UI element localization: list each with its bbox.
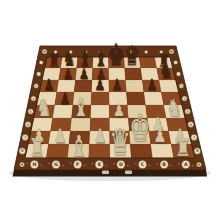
chess-set-photo: HGFEDCBA334455667788 ♜♞♝♝♚♛♜♟♟♟♞♟♟♟♟♟♞♝♟… xyxy=(0,0,220,220)
square-r8c7 xyxy=(151,144,174,158)
border-carving-dot xyxy=(134,162,136,164)
rank-disc-left-1 xyxy=(39,60,43,64)
square-r8c1 xyxy=(25,144,48,158)
square-r6c1 xyxy=(31,118,53,131)
border-carving-dot xyxy=(127,164,129,166)
square-r2c1 xyxy=(42,68,61,80)
top-border-disc xyxy=(54,50,57,53)
square-r1c3 xyxy=(77,57,93,68)
square-r4c1 xyxy=(37,92,57,105)
square-r5c6 xyxy=(127,105,147,118)
square-r5c5 xyxy=(109,105,128,118)
top-border-disc xyxy=(129,50,132,53)
corner-rosette-dot xyxy=(44,51,46,53)
border-carving-dot xyxy=(91,162,93,164)
square-r8c4 xyxy=(89,144,110,158)
top-border-disc xyxy=(69,50,72,53)
square-r3c6 xyxy=(126,80,144,92)
square-r6c7 xyxy=(147,118,168,131)
square-r3c7 xyxy=(142,80,161,92)
square-r1c4 xyxy=(93,57,109,68)
square-r4c7 xyxy=(144,92,164,105)
square-r7c6 xyxy=(129,131,150,144)
square-r2c4 xyxy=(92,68,109,80)
rank-label-left-3: 3 xyxy=(35,84,37,88)
square-r5c7 xyxy=(146,105,167,118)
top-border-disc xyxy=(114,50,117,53)
file-label-B: B xyxy=(162,162,166,167)
board-front-edge xyxy=(13,170,208,177)
square-r3c1 xyxy=(39,80,58,92)
square-r5c1 xyxy=(34,105,55,118)
border-carving-dot xyxy=(40,164,42,166)
file-label-C: C xyxy=(141,162,145,167)
chess-board: HGFEDCBA334455667788 xyxy=(0,0,220,220)
file-label-F: F xyxy=(76,162,79,167)
border-carving-dot xyxy=(70,162,72,164)
square-r5c3 xyxy=(72,105,91,118)
rank-label-left-5: 5 xyxy=(30,110,32,114)
corner-rosette-dot xyxy=(171,51,173,53)
top-border-disc xyxy=(99,50,102,53)
rank-label-right-4: 4 xyxy=(183,97,185,101)
square-r8c2 xyxy=(46,144,69,158)
square-r3c2 xyxy=(57,80,76,92)
square-r4c4 xyxy=(91,92,109,105)
square-r7c3 xyxy=(69,131,90,144)
square-r2c7 xyxy=(141,68,159,80)
rank-disc-right-2 xyxy=(176,72,181,77)
square-r7c5 xyxy=(110,131,131,144)
border-carving-dot xyxy=(105,164,107,166)
file-label-G: G xyxy=(54,162,58,167)
square-r8c3 xyxy=(68,144,90,158)
border-carving-dot xyxy=(156,162,158,164)
square-r7c4 xyxy=(89,131,109,144)
square-r2c5 xyxy=(109,68,126,80)
square-r5c2 xyxy=(53,105,73,118)
square-r3c4 xyxy=(92,80,109,92)
square-r6c4 xyxy=(90,118,110,131)
square-r6c6 xyxy=(128,118,149,131)
square-r5c4 xyxy=(90,105,109,118)
border-carving-dot xyxy=(62,164,64,166)
square-r8c5 xyxy=(110,144,131,158)
square-r1c1 xyxy=(45,57,63,68)
border-carving-dot xyxy=(48,162,50,164)
corner-rosette-dot xyxy=(21,164,23,166)
square-r4c6 xyxy=(126,92,145,105)
square-r4c5 xyxy=(109,92,127,105)
border-carving-dot xyxy=(192,164,194,166)
square-r6c2 xyxy=(51,118,72,131)
square-r3c3 xyxy=(74,80,92,92)
border-carving-dot xyxy=(113,162,115,164)
top-border-disc xyxy=(160,50,163,53)
square-r7c8 xyxy=(169,131,192,144)
file-label-A: A xyxy=(184,162,188,167)
rank-label-right-8: 8 xyxy=(196,148,199,153)
square-r2c3 xyxy=(75,68,92,80)
square-r1c6 xyxy=(124,57,141,68)
square-r4c3 xyxy=(73,92,92,105)
clasp-hinge xyxy=(125,171,132,175)
square-r6c8 xyxy=(166,118,188,131)
square-r1c7 xyxy=(139,57,156,68)
square-r1c2 xyxy=(61,57,78,68)
square-r7c7 xyxy=(149,131,171,144)
square-r2c6 xyxy=(125,68,143,80)
border-carving-dot xyxy=(178,162,180,164)
square-r8c8 xyxy=(171,144,195,158)
file-label-H: H xyxy=(32,162,36,167)
square-r7c2 xyxy=(48,131,70,144)
border-carving-dot xyxy=(148,164,150,166)
border-carving-dot xyxy=(84,164,86,166)
border-carving-dot xyxy=(170,164,172,166)
file-label-E: E xyxy=(98,162,101,167)
square-r7c1 xyxy=(28,131,51,144)
top-border-disc xyxy=(144,50,147,53)
corner-rosette-dot xyxy=(198,164,200,166)
square-r1c5 xyxy=(109,57,125,68)
rank-label-right-5: 5 xyxy=(187,110,189,114)
rank-label-left-4: 4 xyxy=(32,97,34,101)
square-r6c3 xyxy=(70,118,90,131)
rank-label-left-8: 8 xyxy=(21,148,24,153)
square-r3c5 xyxy=(109,80,127,92)
square-r8c6 xyxy=(130,144,152,158)
square-r6c5 xyxy=(109,118,129,131)
rank-disc-left-2 xyxy=(36,72,41,77)
top-border-disc xyxy=(84,50,87,53)
border-carving-dot xyxy=(26,162,28,164)
square-r2c2 xyxy=(59,68,77,80)
file-label-D: D xyxy=(119,162,123,167)
clasp-hinge xyxy=(102,171,109,175)
rank-disc-right-1 xyxy=(174,60,178,64)
rank-label-right-3: 3 xyxy=(180,84,182,88)
square-r4c2 xyxy=(55,92,74,105)
